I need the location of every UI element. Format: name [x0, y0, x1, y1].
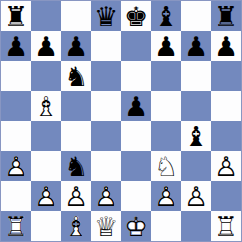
square-d7[interactable] [91, 31, 121, 61]
white-queen: ♕ [91, 211, 121, 241]
white-pawn-fill: ♟ [31, 181, 61, 211]
square-f4[interactable] [151, 121, 181, 151]
square-b7[interactable]: ♟ [31, 31, 61, 61]
square-h7[interactable]: ♟ [211, 31, 241, 61]
black-bishop: ♝ [151, 1, 181, 31]
black-bishop: ♝ [181, 121, 211, 151]
square-d6[interactable] [91, 61, 121, 91]
white-rook-fill: ♜ [1, 211, 31, 241]
black-pawn: ♟ [61, 31, 91, 61]
white-pawn: ♙ [211, 151, 241, 181]
square-a7[interactable]: ♟ [1, 31, 31, 61]
square-a1[interactable]: ♜♖ [1, 211, 31, 241]
square-h8[interactable]: ♜ [211, 1, 241, 31]
square-c1[interactable]: ♝♗ [61, 211, 91, 241]
square-a3[interactable]: ♟♙ [1, 151, 31, 181]
white-bishop: ♗ [61, 211, 91, 241]
square-f7[interactable]: ♟ [151, 31, 181, 61]
square-d4[interactable] [91, 121, 121, 151]
black-pawn: ♟ [31, 31, 61, 61]
square-g8[interactable] [181, 1, 211, 31]
square-g4[interactable]: ♝ [181, 121, 211, 151]
square-h6[interactable] [211, 61, 241, 91]
square-f5[interactable] [151, 91, 181, 121]
square-b8[interactable] [31, 1, 61, 31]
square-b5[interactable]: ♝♗ [31, 91, 61, 121]
square-e2[interactable] [121, 181, 151, 211]
square-d3[interactable] [91, 151, 121, 181]
square-c3[interactable]: ♞ [61, 151, 91, 181]
square-e6[interactable] [121, 61, 151, 91]
square-f2[interactable]: ♟♙ [151, 181, 181, 211]
white-pawn-fill: ♟ [91, 181, 121, 211]
black-pawn: ♟ [151, 31, 181, 61]
black-queen: ♛ [91, 1, 121, 31]
square-g7[interactable]: ♟ [181, 31, 211, 61]
square-a6[interactable] [1, 61, 31, 91]
white-pawn: ♙ [61, 181, 91, 211]
square-h3[interactable]: ♟♙ [211, 151, 241, 181]
square-b3[interactable] [31, 151, 61, 181]
white-pawn-fill: ♟ [181, 181, 211, 211]
white-bishop-fill: ♝ [61, 211, 91, 241]
square-c6[interactable]: ♞ [61, 61, 91, 91]
square-a2[interactable] [1, 181, 31, 211]
square-b6[interactable] [31, 61, 61, 91]
white-knight-fill: ♞ [151, 151, 181, 181]
square-g2[interactable]: ♟♙ [181, 181, 211, 211]
square-e8[interactable]: ♚ [121, 1, 151, 31]
square-c7[interactable]: ♟ [61, 31, 91, 61]
square-g1[interactable] [181, 211, 211, 241]
square-g5[interactable] [181, 91, 211, 121]
white-rook: ♖ [211, 211, 241, 241]
white-bishop: ♗ [31, 91, 61, 121]
square-b2[interactable]: ♟♙ [31, 181, 61, 211]
square-f3[interactable]: ♞♘ [151, 151, 181, 181]
square-a8[interactable]: ♜ [1, 1, 31, 31]
square-f1[interactable] [151, 211, 181, 241]
square-c4[interactable] [61, 121, 91, 151]
black-king: ♚ [121, 1, 151, 31]
square-h2[interactable] [211, 181, 241, 211]
black-pawn: ♟ [121, 91, 151, 121]
square-h1[interactable]: ♜♖ [211, 211, 241, 241]
white-rook: ♖ [1, 211, 31, 241]
square-d2[interactable]: ♟♙ [91, 181, 121, 211]
black-knight: ♞ [61, 61, 91, 91]
square-e1[interactable]: ♚♔ [121, 211, 151, 241]
black-rook: ♜ [1, 1, 31, 31]
black-pawn: ♟ [211, 31, 241, 61]
black-knight: ♞ [61, 151, 91, 181]
square-c2[interactable]: ♟♙ [61, 181, 91, 211]
black-pawn: ♟ [1, 31, 31, 61]
square-h4[interactable] [211, 121, 241, 151]
white-king-fill: ♚ [121, 211, 151, 241]
square-e5[interactable]: ♟ [121, 91, 151, 121]
square-g6[interactable] [181, 61, 211, 91]
white-pawn-fill: ♟ [61, 181, 91, 211]
square-g3[interactable] [181, 151, 211, 181]
square-d1[interactable]: ♛♕ [91, 211, 121, 241]
white-pawn-fill: ♟ [151, 181, 181, 211]
white-knight: ♘ [151, 151, 181, 181]
white-pawn: ♙ [151, 181, 181, 211]
white-pawn: ♙ [181, 181, 211, 211]
white-bishop-fill: ♝ [31, 91, 61, 121]
black-pawn: ♟ [181, 31, 211, 61]
square-e3[interactable] [121, 151, 151, 181]
square-d8[interactable]: ♛ [91, 1, 121, 31]
white-rook-fill: ♜ [211, 211, 241, 241]
white-pawn: ♙ [1, 151, 31, 181]
square-a4[interactable] [1, 121, 31, 151]
white-king: ♔ [121, 211, 151, 241]
black-rook: ♜ [211, 1, 241, 31]
square-c5[interactable] [61, 91, 91, 121]
square-e7[interactable] [121, 31, 151, 61]
square-h5[interactable] [211, 91, 241, 121]
square-b1[interactable] [31, 211, 61, 241]
square-f8[interactable]: ♝ [151, 1, 181, 31]
chess-board: ♜♛♚♝♜♟♟♟♟♟♟♞♝♗♟♝♟♙♞♞♘♟♙♟♙♟♙♟♙♟♙♟♙♜♖♝♗♛♕♚… [0, 0, 242, 242]
square-e4[interactable] [121, 121, 151, 151]
white-pawn: ♙ [91, 181, 121, 211]
white-queen-fill: ♛ [91, 211, 121, 241]
white-pawn-fill: ♟ [211, 151, 241, 181]
square-f6[interactable] [151, 61, 181, 91]
square-b4[interactable] [31, 121, 61, 151]
square-c8[interactable] [61, 1, 91, 31]
white-pawn: ♙ [31, 181, 61, 211]
square-d5[interactable] [91, 91, 121, 121]
white-pawn-fill: ♟ [1, 151, 31, 181]
square-a5[interactable] [1, 91, 31, 121]
